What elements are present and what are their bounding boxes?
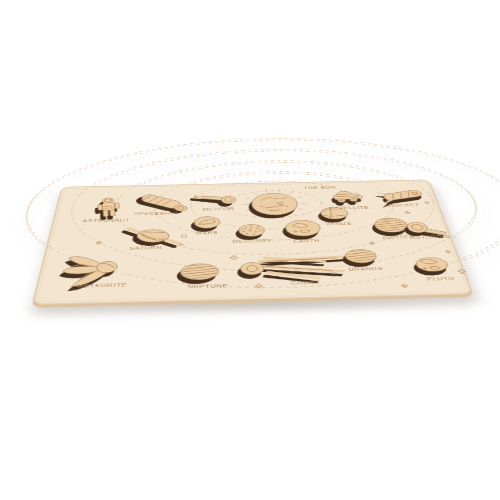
slot-label-saturn: SATURN: [129, 245, 162, 250]
puzzle-board-wrap: ASTRONAUTSPACESHIPMETEORTHE SUNSATELLITE…: [33, 180, 473, 305]
slot-label-meteor: METEOR: [202, 207, 234, 212]
slot-label-comet: COMET: [290, 280, 321, 286]
slot-label-asteroid: ASTEROID: [410, 234, 452, 239]
slot-label-mars: MARS: [196, 230, 219, 235]
slot-label-venus: VENUS: [325, 221, 352, 226]
slot-label-neptune: NEPTUNE: [188, 283, 229, 289]
slot-label-sun: THE SUN: [303, 185, 336, 189]
slot-label-earth: EARTH: [293, 238, 320, 243]
product-photo: ASTRONAUTSPACESHIPMETEORTHE SUNSATELLITE…: [0, 0, 500, 500]
slot-label-pluto: PLUTO: [426, 276, 456, 282]
slot-label-uranus: URANUS: [348, 266, 384, 272]
slot-label-rocket: ROCKET: [388, 203, 420, 208]
puzzle-board: ASTRONAUTSPACESHIPMETEORTHE SUNSATELLITE…: [33, 180, 473, 305]
slot-label-mercury: MERCURY: [232, 238, 272, 243]
